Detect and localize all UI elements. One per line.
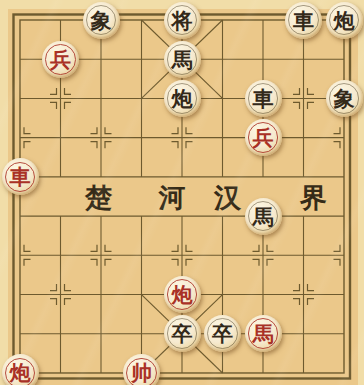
- black-piece-glyph: 炮: [334, 10, 355, 31]
- red-piece-glyph: 帅: [131, 363, 152, 384]
- piece-black-cannon-1[interactable]: 炮: [326, 2, 363, 39]
- piece-black-chariot-1[interactable]: 車: [285, 2, 322, 39]
- black-piece-glyph: 象: [91, 10, 112, 31]
- piece-red-soldier-2[interactable]: 兵: [245, 119, 282, 156]
- piece-red-cannon-1[interactable]: 炮: [164, 276, 201, 313]
- black-piece-glyph: 馬: [253, 206, 274, 227]
- piece-red-general[interactable]: 帅: [123, 354, 160, 385]
- river-label-han-jie: 汉 界: [214, 183, 353, 213]
- red-piece-glyph: 馬: [253, 324, 274, 345]
- black-piece-glyph: 卒: [172, 324, 193, 345]
- piece-red-soldier-1[interactable]: 兵: [42, 41, 79, 78]
- piece-black-horse-2[interactable]: 馬: [245, 198, 282, 235]
- xiangqi-board[interactable]: 楚 河 汉 界 象将車炮兵馬炮車象兵車馬炮卒卒馬炮帅: [0, 0, 364, 385]
- red-piece-glyph: 兵: [50, 49, 71, 70]
- piece-black-horse-1[interactable]: 馬: [164, 41, 201, 78]
- black-piece-glyph: 炮: [172, 88, 193, 109]
- red-piece-glyph: 炮: [172, 285, 193, 306]
- piece-black-general[interactable]: 将: [164, 2, 201, 39]
- piece-red-chariot[interactable]: 車: [2, 158, 39, 195]
- piece-black-cannon-2[interactable]: 炮: [164, 80, 201, 117]
- red-piece-glyph: 炮: [10, 363, 31, 384]
- piece-red-cannon-2[interactable]: 炮: [2, 354, 39, 385]
- black-piece-glyph: 象: [334, 88, 355, 109]
- piece-black-elephant-1[interactable]: 象: [83, 2, 120, 39]
- black-piece-glyph: 車: [293, 10, 314, 31]
- piece-black-soldier-2[interactable]: 卒: [204, 315, 241, 352]
- piece-black-chariot-2[interactable]: 車: [245, 80, 282, 117]
- black-piece-glyph: 馬: [172, 49, 193, 70]
- black-piece-glyph: 卒: [212, 324, 233, 345]
- black-piece-glyph: 将: [172, 10, 193, 31]
- piece-black-soldier-1[interactable]: 卒: [164, 315, 201, 352]
- black-piece-glyph: 車: [253, 88, 274, 109]
- red-piece-glyph: 車: [10, 167, 31, 188]
- river-label-chu-he: 楚 河: [85, 183, 206, 213]
- piece-black-elephant-2[interactable]: 象: [326, 80, 363, 117]
- piece-red-horse[interactable]: 馬: [245, 315, 282, 352]
- red-piece-glyph: 兵: [253, 128, 274, 149]
